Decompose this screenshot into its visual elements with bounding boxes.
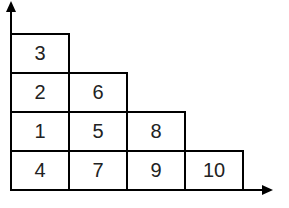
grid-cell-r1c0: 2 xyxy=(10,72,70,113)
arrow-right-icon xyxy=(262,185,273,195)
arrow-up-icon xyxy=(6,1,16,12)
grid-cell-r3c0: 4 xyxy=(10,150,70,191)
grid-cell-r2c1: 5 xyxy=(68,111,128,152)
grid-cell-r3c3: 10 xyxy=(184,150,244,191)
grid-cell-r3c2: 9 xyxy=(126,150,186,191)
grid-cell-r2c2: 8 xyxy=(126,111,186,152)
grid-cell-r3c1: 7 xyxy=(68,150,128,191)
staircase-diagram: 3 2 6 1 5 8 4 7 9 10 xyxy=(0,0,289,208)
grid-cell-r2c0: 1 xyxy=(10,111,70,152)
grid-cell-r1c1: 6 xyxy=(68,72,128,113)
grid-cell-r0c0: 3 xyxy=(10,33,70,74)
